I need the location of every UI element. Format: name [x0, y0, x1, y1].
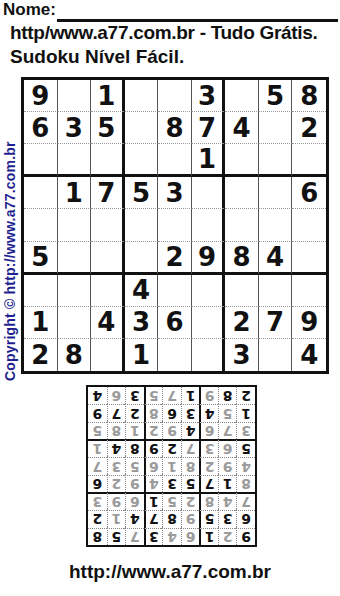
puzzle-cell-r3c4[interactable] [125, 144, 159, 177]
solution-cell-r6c3: 3 [199, 439, 218, 457]
solution-cell-r1c9: 8 [88, 528, 107, 545]
puzzle-cell-r8c3[interactable]: 4 [91, 307, 125, 339]
solution-cell-r6c1: 5 [236, 439, 255, 457]
solution-cell-r2c9: 2 [88, 510, 107, 527]
solution-cell-r7c9: 5 [88, 422, 107, 439]
puzzle-cell-r8c2[interactable] [58, 307, 92, 339]
puzzle-cell-r8c9[interactable]: 9 [292, 307, 326, 339]
puzzle-cell-r1c5[interactable] [158, 80, 192, 112]
solution-cell-r7c3: 6 [199, 422, 218, 439]
solution-cell-r3c5: 5 [162, 492, 181, 510]
solution-cell-r5c9: 7 [88, 457, 107, 474]
difficulty-title: Sudoku Nível Fácil. [10, 46, 184, 68]
puzzle-cell-r4c1[interactable] [24, 177, 58, 209]
solution-cell-r9c7: 3 [125, 387, 144, 404]
solution-cell-r2c1: 6 [236, 510, 255, 527]
solution-cell-r7c2: 7 [218, 422, 237, 439]
puzzle-cell-r6c9[interactable] [292, 242, 326, 275]
puzzle-cell-r2c5[interactable]: 8 [158, 112, 192, 144]
puzzle-cell-r5c8[interactable] [259, 209, 293, 241]
puzzle-cell-r2c3[interactable]: 5 [91, 112, 125, 144]
puzzle-cell-r9c8[interactable] [259, 339, 293, 371]
puzzle-cell-r9c5[interactable] [158, 339, 192, 371]
solution-cell-r4c5: 3 [162, 475, 181, 492]
solution-cell-r7c6: 2 [144, 422, 163, 439]
puzzle-cell-r4c7[interactable] [225, 177, 259, 209]
solution-cell-r2c5: 8 [162, 510, 181, 527]
solution-cell-r5c5: 1 [162, 457, 181, 474]
solution-cell-r1c3: 1 [199, 528, 218, 545]
solution-cell-r9c5: 7 [162, 387, 181, 404]
solution-cell-r8c1: 1 [236, 404, 255, 421]
puzzle-cell-r4c6[interactable] [192, 177, 226, 209]
puzzle-cell-r6c1[interactable]: 5 [24, 242, 58, 275]
puzzle-cell-r1c8[interactable]: 5 [259, 80, 293, 112]
solution-cell-r7c4: 4 [181, 422, 200, 439]
solution-cell-r8c3: 4 [199, 404, 218, 421]
solution-cell-r6c2: 6 [218, 439, 237, 457]
solution-cell-r1c4: 6 [181, 528, 200, 545]
footer-url: http://www.a77.com.br [0, 561, 340, 583]
solution-cell-r2c6: 7 [144, 510, 163, 527]
puzzle-cell-r7c7[interactable] [225, 275, 259, 307]
puzzle-cell-r1c6[interactable]: 3 [192, 80, 226, 112]
puzzle-cell-r8c5[interactable]: 6 [158, 307, 192, 339]
solution-cell-r1c6: 3 [144, 528, 163, 545]
solution-cell-r4c6: 4 [144, 475, 163, 492]
solution-cell-r6c5: 2 [162, 439, 181, 457]
site-title: http/www.a77.com.br - Tudo Grátis. [10, 22, 318, 44]
solution-cell-r3c9: 3 [88, 492, 107, 510]
puzzle-cell-r6c3[interactable] [91, 242, 125, 275]
puzzle-cell-r6c7[interactable]: 8 [225, 242, 259, 275]
puzzle-cell-r5c9[interactable] [292, 209, 326, 241]
puzzle-cell-r6c4[interactable] [125, 242, 159, 275]
solution-cell-r3c3: 8 [199, 492, 218, 510]
solution-cell-r3c6: 1 [144, 492, 163, 510]
puzzle-cell-r2c7[interactable]: 4 [225, 112, 259, 144]
solution-cell-r8c5: 6 [162, 404, 181, 421]
solution-cell-r4c8: 2 [107, 475, 126, 492]
puzzle-cell-r3c7[interactable] [225, 144, 259, 177]
puzzle-cell-r4c8[interactable] [259, 177, 293, 209]
puzzle-cell-r2c2[interactable]: 3 [58, 112, 92, 144]
solution-cell-r7c5: 9 [162, 422, 181, 439]
sudoku-puzzle-grid: 913586358742117536529844143627928134 [21, 77, 329, 374]
puzzle-cell-r4c2[interactable]: 1 [58, 177, 92, 209]
puzzle-cell-r1c3[interactable]: 1 [91, 80, 125, 112]
puzzle-cell-r5c7[interactable] [225, 209, 259, 241]
solution-cell-r9c9: 4 [88, 387, 107, 404]
solution-cell-r1c2: 2 [218, 528, 237, 545]
puzzle-cell-r1c4[interactable] [125, 80, 159, 112]
solution-cell-r2c7: 4 [125, 510, 144, 527]
puzzle-cell-r4c9[interactable]: 6 [292, 177, 326, 209]
solution-cell-r5c6: 6 [144, 457, 163, 474]
puzzle-cell-r1c7[interactable] [225, 80, 259, 112]
solution-cell-r4c9: 6 [88, 475, 107, 492]
puzzle-cell-r9c6[interactable] [192, 339, 226, 371]
puzzle-cell-r6c2[interactable] [58, 242, 92, 275]
solution-cell-r8c2: 5 [218, 404, 237, 421]
puzzle-cell-r3c6[interactable]: 1 [192, 144, 226, 177]
solution-cell-r6c4: 7 [181, 439, 200, 457]
puzzle-cell-r7c4[interactable]: 4 [125, 275, 159, 307]
copyright-vertical-text: Copyright © http://www.a77.com.br [2, 85, 18, 381]
solution-cell-r3c1: 7 [236, 492, 255, 510]
puzzle-cell-r8c8[interactable]: 7 [259, 307, 293, 339]
solution-cell-r6c8: 4 [107, 439, 126, 457]
solution-cell-r9c3: 9 [199, 387, 218, 404]
solution-cell-r2c4: 9 [181, 510, 200, 527]
solution-cell-r8c8: 7 [107, 404, 126, 421]
solution-cell-r2c3: 5 [199, 510, 218, 527]
solution-cell-r5c4: 8 [181, 457, 200, 474]
solution-cell-r9c8: 6 [107, 387, 126, 404]
sudoku-solution-grid-upside-down: 9216437586359874127482516938175349264928… [86, 385, 257, 547]
puzzle-cell-r2c9[interactable]: 2 [292, 112, 326, 144]
solution-cell-r6c7: 8 [125, 439, 144, 457]
puzzle-cell-r3c9[interactable] [292, 144, 326, 177]
solution-cell-r3c7: 6 [125, 492, 144, 510]
puzzle-cell-r7c1[interactable] [24, 275, 58, 307]
solution-cell-r3c4: 2 [181, 492, 200, 510]
puzzle-cell-r3c1[interactable] [24, 144, 58, 177]
puzzle-cell-r4c5[interactable]: 3 [158, 177, 192, 209]
solution-cell-r5c1: 4 [236, 457, 255, 474]
puzzle-cell-r9c4[interactable]: 1 [125, 339, 159, 371]
puzzle-cell-r4c3[interactable]: 7 [91, 177, 125, 209]
puzzle-cell-r9c7[interactable]: 3 [225, 339, 259, 371]
solution-cell-r2c2: 3 [218, 510, 237, 527]
puzzle-cell-r7c5[interactable] [158, 275, 192, 307]
solution-cell-r4c7: 9 [125, 475, 144, 492]
puzzle-cell-r7c6[interactable] [192, 275, 226, 307]
solution-cell-r7c8: 8 [107, 422, 126, 439]
puzzle-cell-r8c1[interactable]: 1 [24, 307, 58, 339]
puzzle-cell-r6c6[interactable]: 9 [192, 242, 226, 275]
solution-cell-r5c8: 3 [107, 457, 126, 474]
puzzle-cell-r7c2[interactable] [58, 275, 92, 307]
solution-cell-r9c6: 5 [144, 387, 163, 404]
solution-cell-r3c2: 4 [218, 492, 237, 510]
solution-cell-r7c1: 3 [236, 422, 255, 439]
solution-cell-r8c9: 9 [88, 404, 107, 421]
puzzle-cell-r4c4[interactable]: 5 [125, 177, 159, 209]
puzzle-cell-r1c1[interactable]: 9 [24, 80, 58, 112]
puzzle-cell-r5c2[interactable] [58, 209, 92, 241]
solution-cell-r1c5: 4 [162, 528, 181, 545]
solution-cell-r6c6: 9 [144, 439, 163, 457]
puzzle-cell-r1c2[interactable] [58, 80, 92, 112]
puzzle-cell-r9c2[interactable]: 8 [58, 339, 92, 371]
puzzle-cell-r9c3[interactable] [91, 339, 125, 371]
puzzle-cell-r6c8[interactable]: 4 [259, 242, 293, 275]
puzzle-cell-r8c7[interactable]: 2 [225, 307, 259, 339]
puzzle-cell-r2c4[interactable] [125, 112, 159, 144]
solution-cell-r5c7: 5 [125, 457, 144, 474]
puzzle-cell-r5c4[interactable] [125, 209, 159, 241]
solution-cell-r7c7: 1 [125, 422, 144, 439]
puzzle-cell-r3c8[interactable] [259, 144, 293, 177]
solution-cell-r9c4: 1 [181, 387, 200, 404]
solution-cell-r4c3: 7 [199, 475, 218, 492]
solution-cell-r5c2: 9 [218, 457, 237, 474]
puzzle-cell-r7c3[interactable] [91, 275, 125, 307]
puzzle-cell-r5c1[interactable] [24, 209, 58, 241]
solution-cell-r1c8: 5 [107, 528, 126, 545]
puzzle-cell-r1c9[interactable]: 8 [292, 80, 326, 112]
solution-cell-r9c1: 2 [236, 387, 255, 404]
puzzle-cell-r3c2[interactable] [58, 144, 92, 177]
puzzle-cell-r2c6[interactable]: 7 [192, 112, 226, 144]
solution-cell-r8c6: 8 [144, 404, 163, 421]
solution-cell-r1c7: 7 [125, 528, 144, 545]
puzzle-cell-r8c6[interactable] [192, 307, 226, 339]
puzzle-cell-r7c9[interactable] [292, 275, 326, 307]
solution-cell-r4c4: 5 [181, 475, 200, 492]
puzzle-cell-r6c5[interactable]: 2 [158, 242, 192, 275]
name-label: Nome: [3, 0, 56, 20]
solution-cell-r4c1: 8 [236, 475, 255, 492]
solution-cell-r5c3: 2 [199, 457, 218, 474]
puzzle-cell-r2c1[interactable]: 6 [24, 112, 58, 144]
puzzle-cell-r5c6[interactable] [192, 209, 226, 241]
solution-cell-r8c7: 2 [125, 404, 144, 421]
solution-cell-r4c2: 1 [218, 475, 237, 492]
puzzle-cell-r9c1[interactable]: 2 [24, 339, 58, 371]
puzzle-cell-r3c5[interactable] [158, 144, 192, 177]
puzzle-cell-r7c8[interactable] [259, 275, 293, 307]
puzzle-cell-r8c4[interactable]: 3 [125, 307, 159, 339]
puzzle-cell-r2c8[interactable] [259, 112, 293, 144]
solution-cell-r8c4: 3 [181, 404, 200, 421]
puzzle-cell-r5c5[interactable] [158, 209, 192, 241]
solution-cell-r1c1: 9 [236, 528, 255, 545]
solution-cell-r2c8: 1 [107, 510, 126, 527]
puzzle-cell-r3c3[interactable] [91, 144, 125, 177]
solution-cell-r3c8: 9 [107, 492, 126, 510]
puzzle-cell-r5c3[interactable] [91, 209, 125, 241]
solution-cell-r6c9: 1 [88, 439, 107, 457]
solution-cell-r9c2: 8 [218, 387, 237, 404]
puzzle-cell-r9c9[interactable]: 4 [292, 339, 326, 371]
